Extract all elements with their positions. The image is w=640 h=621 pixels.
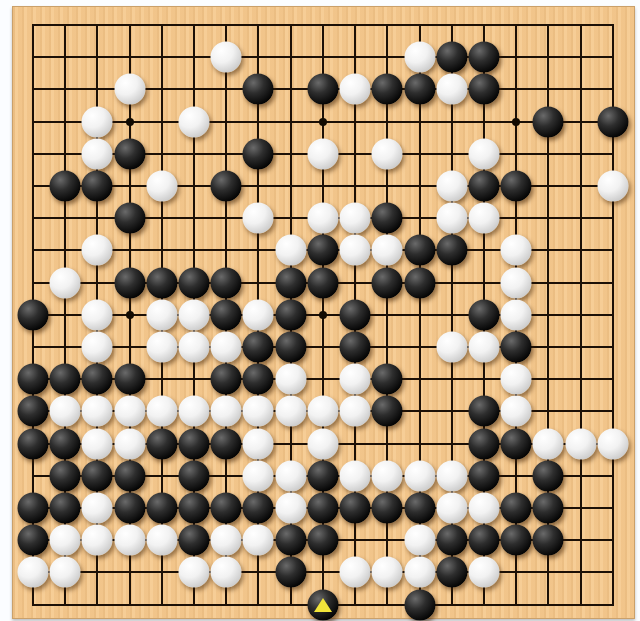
black-stone[interactable]: ●: [211, 299, 242, 330]
black-stone[interactable]: ●: [275, 332, 306, 363]
black-stone[interactable]: ●: [340, 493, 371, 524]
black-stone[interactable]: ●: [179, 428, 210, 459]
white-stone[interactable]: ○: [243, 299, 274, 330]
star-point: [319, 118, 327, 126]
white-stone[interactable]: ○: [114, 74, 145, 105]
black-stone[interactable]: ●: [18, 525, 49, 556]
star-point: [126, 118, 134, 126]
black-stone[interactable]: ●: [211, 428, 242, 459]
white-stone[interactable]: ○: [436, 332, 467, 363]
black-stone[interactable]: ●: [501, 332, 532, 363]
black-stone[interactable]: ●: [307, 525, 338, 556]
white-stone[interactable]: ○: [82, 396, 113, 427]
white-stone[interactable]: ○: [50, 396, 81, 427]
white-stone[interactable]: ○: [179, 106, 210, 137]
white-stone[interactable]: ○: [340, 74, 371, 105]
black-stone[interactable]: ●: [275, 525, 306, 556]
black-stone[interactable]: ●: [436, 557, 467, 588]
white-stone[interactable]: ○: [82, 299, 113, 330]
white-stone[interactable]: ○: [275, 460, 306, 491]
black-stone[interactable]: ●: [146, 428, 177, 459]
black-stone[interactable]: ●: [372, 203, 403, 234]
black-stone[interactable]: ●: [404, 74, 435, 105]
white-stone[interactable]: ○: [179, 557, 210, 588]
black-stone[interactable]: ●: [243, 332, 274, 363]
white-stone[interactable]: ○: [82, 428, 113, 459]
black-stone[interactable]: ●: [307, 267, 338, 298]
black-stone[interactable]: ●: [146, 267, 177, 298]
white-stone[interactable]: ○: [179, 396, 210, 427]
black-stone[interactable]: ●: [468, 396, 499, 427]
white-stone[interactable]: ○: [307, 203, 338, 234]
black-stone[interactable]: ●: [436, 235, 467, 266]
white-stone[interactable]: ○: [146, 332, 177, 363]
white-stone[interactable]: ○: [243, 396, 274, 427]
white-stone[interactable]: ○: [114, 396, 145, 427]
white-stone[interactable]: ○: [468, 138, 499, 169]
white-stone[interactable]: ○: [468, 493, 499, 524]
black-stone[interactable]: ●: [404, 267, 435, 298]
white-stone[interactable]: ○: [179, 299, 210, 330]
white-stone[interactable]: ○: [82, 235, 113, 266]
white-stone[interactable]: ○: [340, 235, 371, 266]
black-stone[interactable]: ●: [468, 299, 499, 330]
black-stone[interactable]: ●: [211, 493, 242, 524]
white-stone[interactable]: ○: [82, 525, 113, 556]
white-stone[interactable]: ○: [211, 396, 242, 427]
black-stone[interactable]: ●: [372, 74, 403, 105]
black-stone[interactable]: ●: [82, 460, 113, 491]
black-stone[interactable]: ●: [243, 493, 274, 524]
white-stone[interactable]: ○: [340, 557, 371, 588]
white-stone[interactable]: ○: [404, 460, 435, 491]
white-stone[interactable]: ○: [275, 364, 306, 395]
white-stone[interactable]: ○: [307, 138, 338, 169]
black-stone[interactable]: ●: [468, 525, 499, 556]
white-stone[interactable]: ○: [372, 460, 403, 491]
black-stone[interactable]: ●: [82, 171, 113, 202]
black-stone[interactable]: ●: [468, 42, 499, 73]
white-stone[interactable]: ○: [565, 428, 596, 459]
black-stone[interactable]: ●: [114, 460, 145, 491]
black-stone[interactable]: ●: [597, 106, 628, 137]
black-stone[interactable]: ●: [50, 493, 81, 524]
black-stone[interactable]: ●: [501, 493, 532, 524]
white-stone[interactable]: ○: [597, 171, 628, 202]
white-stone[interactable]: ○: [436, 460, 467, 491]
black-stone[interactable]: ●: [179, 267, 210, 298]
black-stone[interactable]: ●: [275, 267, 306, 298]
white-stone[interactable]: ○: [211, 557, 242, 588]
white-stone[interactable]: ○: [307, 428, 338, 459]
black-stone[interactable]: ●: [18, 364, 49, 395]
black-stone[interactable]: ●: [243, 74, 274, 105]
star-point: [512, 118, 520, 126]
black-stone[interactable]: ●: [114, 267, 145, 298]
white-stone[interactable]: ○: [404, 557, 435, 588]
black-stone[interactable]: ●: [533, 460, 564, 491]
white-stone[interactable]: ○: [275, 493, 306, 524]
black-stone[interactable]: ●: [533, 525, 564, 556]
white-stone[interactable]: ○: [275, 396, 306, 427]
black-stone[interactable]: ●: [501, 428, 532, 459]
white-stone[interactable]: ○: [501, 235, 532, 266]
black-stone[interactable]: ●: [468, 460, 499, 491]
white-stone[interactable]: ○: [243, 460, 274, 491]
black-stone[interactable]: ●: [114, 138, 145, 169]
last-move-triangle-marker: [314, 598, 332, 612]
black-stone[interactable]: ●: [18, 299, 49, 330]
black-stone[interactable]: ●: [468, 74, 499, 105]
black-stone[interactable]: ●: [211, 364, 242, 395]
white-stone[interactable]: ○: [146, 525, 177, 556]
black-stone[interactable]: ●: [372, 396, 403, 427]
white-stone[interactable]: ○: [436, 203, 467, 234]
star-point: [126, 311, 134, 319]
black-stone[interactable]: ●: [468, 171, 499, 202]
black-stone[interactable]: ●: [404, 235, 435, 266]
black-stone[interactable]: ●: [179, 525, 210, 556]
white-stone[interactable]: ○: [372, 235, 403, 266]
black-stone[interactable]: ●: [372, 493, 403, 524]
black-stone[interactable]: ●: [372, 364, 403, 395]
white-stone[interactable]: ○: [533, 428, 564, 459]
white-stone[interactable]: ○: [211, 332, 242, 363]
black-stone[interactable]: ●: [275, 557, 306, 588]
black-stone[interactable]: ●: [404, 589, 435, 620]
black-stone[interactable]: ●: [436, 525, 467, 556]
black-stone[interactable]: ●: [307, 493, 338, 524]
black-stone[interactable]: ●: [146, 493, 177, 524]
black-stone[interactable]: ●: [50, 171, 81, 202]
white-stone[interactable]: ○: [501, 267, 532, 298]
white-stone[interactable]: ○: [114, 428, 145, 459]
white-stone[interactable]: ○: [404, 42, 435, 73]
white-stone[interactable]: ○: [146, 299, 177, 330]
go-board[interactable]: ○○●●○●●○●●○●○○●●○●●○○○●●○●○●●○●○○○●○○○○●…: [12, 6, 635, 619]
star-point: [319, 311, 327, 319]
black-stone[interactable]: ●: [50, 460, 81, 491]
white-stone[interactable]: ○: [340, 203, 371, 234]
white-stone[interactable]: ○: [82, 106, 113, 137]
white-stone[interactable]: ○: [114, 525, 145, 556]
black-stone[interactable]: ●: [533, 106, 564, 137]
white-stone[interactable]: ○: [340, 396, 371, 427]
white-stone[interactable]: ○: [211, 525, 242, 556]
white-stone[interactable]: ○: [340, 460, 371, 491]
white-stone[interactable]: ○: [82, 138, 113, 169]
white-stone[interactable]: ○: [82, 493, 113, 524]
black-stone[interactable]: ●: [211, 171, 242, 202]
white-stone[interactable]: ○: [50, 267, 81, 298]
white-stone[interactable]: ○: [146, 396, 177, 427]
white-stone[interactable]: ○: [211, 42, 242, 73]
black-stone[interactable]: ●: [307, 460, 338, 491]
black-stone[interactable]: ●: [533, 493, 564, 524]
black-stone[interactable]: ●: [501, 525, 532, 556]
white-stone[interactable]: ○: [468, 557, 499, 588]
black-stone[interactable]: ●: [179, 493, 210, 524]
white-stone[interactable]: ○: [501, 299, 532, 330]
white-stone[interactable]: ○: [436, 171, 467, 202]
black-stone[interactable]: ●: [50, 364, 81, 395]
black-stone[interactable]: ●: [18, 428, 49, 459]
white-stone[interactable]: ○: [404, 525, 435, 556]
black-stone[interactable]: ●: [307, 235, 338, 266]
black-stone[interactable]: ●: [50, 428, 81, 459]
white-stone[interactable]: ○: [146, 171, 177, 202]
white-stone[interactable]: ○: [275, 235, 306, 266]
black-stone[interactable]: ●: [340, 332, 371, 363]
white-stone[interactable]: ○: [179, 332, 210, 363]
black-stone[interactable]: ●: [307, 74, 338, 105]
white-stone[interactable]: ○: [501, 396, 532, 427]
white-stone[interactable]: ○: [372, 138, 403, 169]
black-stone[interactable]: ●: [243, 364, 274, 395]
black-stone[interactable]: ●: [114, 203, 145, 234]
black-stone[interactable]: ●: [114, 364, 145, 395]
white-stone[interactable]: ○: [597, 428, 628, 459]
black-stone[interactable]: ●: [372, 267, 403, 298]
white-stone[interactable]: ○: [50, 525, 81, 556]
white-stone[interactable]: ○: [436, 493, 467, 524]
white-stone[interactable]: ○: [372, 557, 403, 588]
white-stone[interactable]: ○: [243, 203, 274, 234]
black-stone[interactable]: ●: [18, 396, 49, 427]
black-stone[interactable]: ●: [501, 171, 532, 202]
black-stone[interactable]: ●: [82, 364, 113, 395]
black-stone[interactable]: ●: [211, 267, 242, 298]
white-stone[interactable]: ○: [340, 364, 371, 395]
white-stone[interactable]: ○: [82, 332, 113, 363]
white-stone[interactable]: ○: [18, 557, 49, 588]
black-stone[interactable]: ●: [404, 493, 435, 524]
grid-line-vertical: [580, 24, 582, 606]
white-stone[interactable]: ○: [468, 203, 499, 234]
black-stone[interactable]: ●: [179, 460, 210, 491]
white-stone[interactable]: ○: [243, 525, 274, 556]
black-stone[interactable]: ●: [114, 493, 145, 524]
black-stone[interactable]: ●: [436, 42, 467, 73]
white-stone[interactable]: ○: [501, 364, 532, 395]
white-stone[interactable]: ○: [468, 332, 499, 363]
black-stone[interactable]: ●: [18, 493, 49, 524]
white-stone[interactable]: ○: [307, 396, 338, 427]
white-stone[interactable]: ○: [436, 74, 467, 105]
black-stone[interactable]: ●: [275, 299, 306, 330]
black-stone[interactable]: ●: [243, 138, 274, 169]
white-stone[interactable]: ○: [50, 557, 81, 588]
black-stone[interactable]: ●: [468, 428, 499, 459]
black-stone[interactable]: ●: [340, 299, 371, 330]
white-stone[interactable]: ○: [243, 428, 274, 459]
